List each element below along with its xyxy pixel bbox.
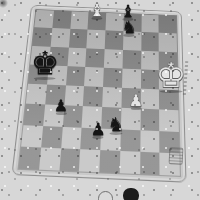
offboard-white-piece[interactable] <box>98 191 113 200</box>
white-king-h5[interactable]: ♚ <box>156 58 186 92</box>
black-king-a5[interactable]: ♚ <box>31 47 60 79</box>
black-knight-f7[interactable]: ♞ <box>121 19 136 36</box>
offboard-black-piece[interactable] <box>123 188 139 200</box>
black-pawn-b3[interactable]: ♟ <box>54 98 68 114</box>
photo-stage: ♝♝♞♚♚♟♟♟♞ <box>0 0 200 200</box>
white-bishop-d8[interactable]: ♝ <box>89 2 104 19</box>
black-knight-e2[interactable]: ♞ <box>107 115 124 134</box>
black-pawn-d2[interactable]: ♟ <box>90 121 105 138</box>
white-pawn-f3[interactable]: ♟ <box>129 93 143 109</box>
pieces-layer: ♝♝♞♚♚♟♟♟♞ <box>0 0 200 200</box>
